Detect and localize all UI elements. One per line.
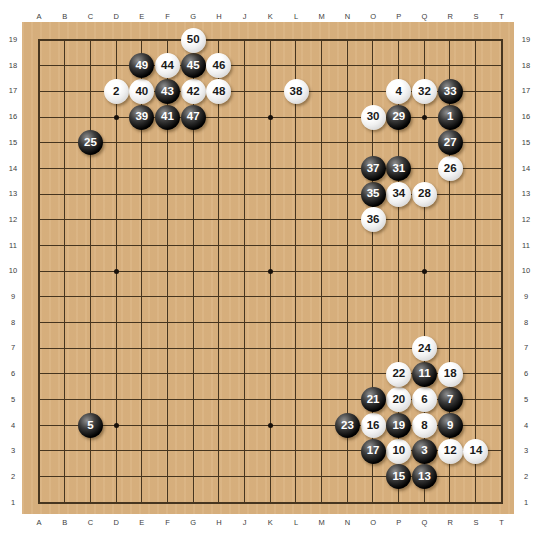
intersection-T12[interactable] [489, 207, 515, 233]
intersection-P11[interactable] [386, 233, 412, 259]
intersection-N10[interactable] [334, 258, 360, 284]
intersection-S6[interactable] [463, 361, 489, 387]
intersection-N19[interactable] [334, 27, 360, 53]
intersection-D2[interactable] [103, 464, 129, 490]
intersection-Q8[interactable] [411, 310, 437, 336]
intersection-N1[interactable] [334, 490, 360, 516]
intersection-B9[interactable] [52, 284, 78, 310]
intersection-F13[interactable] [155, 181, 181, 207]
intersection-O15[interactable] [360, 130, 386, 156]
intersection-E12[interactable] [129, 207, 155, 233]
intersection-B2[interactable] [52, 464, 78, 490]
intersection-F19[interactable] [155, 27, 181, 53]
intersection-D8[interactable] [103, 310, 129, 336]
intersection-J13[interactable] [232, 181, 258, 207]
intersection-G6[interactable] [180, 361, 206, 387]
intersection-G4[interactable] [180, 412, 206, 438]
intersection-G10[interactable] [180, 258, 206, 284]
intersection-A10[interactable] [26, 258, 52, 284]
intersection-K11[interactable] [257, 233, 283, 259]
intersection-K1[interactable] [257, 490, 283, 516]
intersection-L4[interactable] [283, 412, 309, 438]
intersection-L10[interactable] [283, 258, 309, 284]
intersection-A14[interactable] [26, 156, 52, 182]
intersection-C11[interactable] [78, 233, 104, 259]
intersection-E15[interactable] [129, 130, 155, 156]
intersection-R13[interactable] [437, 181, 463, 207]
intersection-Q12[interactable] [411, 207, 437, 233]
intersection-B4[interactable] [52, 412, 78, 438]
intersection-N14[interactable] [334, 156, 360, 182]
intersection-R7[interactable] [437, 335, 463, 361]
intersection-B6[interactable] [52, 361, 78, 387]
intersection-D19[interactable] [103, 27, 129, 53]
intersection-L3[interactable] [283, 438, 309, 464]
intersection-M12[interactable] [309, 207, 335, 233]
intersection-A3[interactable] [26, 438, 52, 464]
intersection-C12[interactable] [78, 207, 104, 233]
intersection-R2[interactable] [437, 464, 463, 490]
intersection-T4[interactable] [489, 412, 515, 438]
intersection-D7[interactable] [103, 335, 129, 361]
intersection-M16[interactable] [309, 104, 335, 130]
intersection-E2[interactable] [129, 464, 155, 490]
intersection-O10[interactable] [360, 258, 386, 284]
intersection-M2[interactable] [309, 464, 335, 490]
intersection-S1[interactable] [463, 490, 489, 516]
intersection-L5[interactable] [283, 387, 309, 413]
intersection-A17[interactable] [26, 79, 52, 105]
intersection-G8[interactable] [180, 310, 206, 336]
intersection-B16[interactable] [52, 104, 78, 130]
intersection-L1[interactable] [283, 490, 309, 516]
intersection-S4[interactable] [463, 412, 489, 438]
intersection-S12[interactable] [463, 207, 489, 233]
intersection-E5[interactable] [129, 387, 155, 413]
intersection-K14[interactable] [257, 156, 283, 182]
intersection-O8[interactable] [360, 310, 386, 336]
intersection-A5[interactable] [26, 387, 52, 413]
intersection-Q19[interactable] [411, 27, 437, 53]
intersection-B1[interactable] [52, 490, 78, 516]
intersection-O9[interactable] [360, 284, 386, 310]
intersection-D12[interactable] [103, 207, 129, 233]
intersection-F6[interactable] [155, 361, 181, 387]
intersection-J16[interactable] [232, 104, 258, 130]
intersection-P1[interactable] [386, 490, 412, 516]
intersection-M14[interactable] [309, 156, 335, 182]
intersection-N7[interactable] [334, 335, 360, 361]
intersection-Q9[interactable] [411, 284, 437, 310]
intersection-S2[interactable] [463, 464, 489, 490]
intersection-Q1[interactable] [411, 490, 437, 516]
intersection-J6[interactable] [232, 361, 258, 387]
intersection-H13[interactable] [206, 181, 232, 207]
intersection-T9[interactable] [489, 284, 515, 310]
intersection-G1[interactable] [180, 490, 206, 516]
intersection-H11[interactable] [206, 233, 232, 259]
intersection-R12[interactable] [437, 207, 463, 233]
intersection-B13[interactable] [52, 181, 78, 207]
intersection-H7[interactable] [206, 335, 232, 361]
intersection-J7[interactable] [232, 335, 258, 361]
intersection-T6[interactable] [489, 361, 515, 387]
intersection-G7[interactable] [180, 335, 206, 361]
intersection-T18[interactable] [489, 53, 515, 79]
intersection-C13[interactable] [78, 181, 104, 207]
intersection-L9[interactable] [283, 284, 309, 310]
intersection-P12[interactable] [386, 207, 412, 233]
intersection-J18[interactable] [232, 53, 258, 79]
intersection-A19[interactable] [26, 27, 52, 53]
intersection-T2[interactable] [489, 464, 515, 490]
intersection-J17[interactable] [232, 79, 258, 105]
intersection-G2[interactable] [180, 464, 206, 490]
intersection-M5[interactable] [309, 387, 335, 413]
intersection-G5[interactable] [180, 387, 206, 413]
intersection-D6[interactable] [103, 361, 129, 387]
intersection-F12[interactable] [155, 207, 181, 233]
intersection-H2[interactable] [206, 464, 232, 490]
intersection-L7[interactable] [283, 335, 309, 361]
intersection-F5[interactable] [155, 387, 181, 413]
intersection-B8[interactable] [52, 310, 78, 336]
intersection-E7[interactable] [129, 335, 155, 361]
intersection-B5[interactable] [52, 387, 78, 413]
intersection-G3[interactable] [180, 438, 206, 464]
intersection-N16[interactable] [334, 104, 360, 130]
intersection-F7[interactable] [155, 335, 181, 361]
intersection-K8[interactable] [257, 310, 283, 336]
intersection-K5[interactable] [257, 387, 283, 413]
intersection-B18[interactable] [52, 53, 78, 79]
intersection-T16[interactable] [489, 104, 515, 130]
intersection-C16[interactable] [78, 104, 104, 130]
intersection-O18[interactable] [360, 53, 386, 79]
intersection-J1[interactable] [232, 490, 258, 516]
intersection-B15[interactable] [52, 130, 78, 156]
intersection-T10[interactable] [489, 258, 515, 284]
intersection-M17[interactable] [309, 79, 335, 105]
intersection-Q14[interactable] [411, 156, 437, 182]
intersection-H5[interactable] [206, 387, 232, 413]
intersection-D13[interactable] [103, 181, 129, 207]
intersection-M4[interactable] [309, 412, 335, 438]
intersection-K15[interactable] [257, 130, 283, 156]
intersection-N3[interactable] [334, 438, 360, 464]
intersection-M13[interactable] [309, 181, 335, 207]
intersection-M7[interactable] [309, 335, 335, 361]
intersection-T3[interactable] [489, 438, 515, 464]
intersection-D5[interactable] [103, 387, 129, 413]
intersection-J10[interactable] [232, 258, 258, 284]
intersection-A6[interactable] [26, 361, 52, 387]
intersection-J15[interactable] [232, 130, 258, 156]
intersection-G11[interactable] [180, 233, 206, 259]
intersection-M6[interactable] [309, 361, 335, 387]
intersection-R18[interactable] [437, 53, 463, 79]
intersection-L11[interactable] [283, 233, 309, 259]
intersection-D18[interactable] [103, 53, 129, 79]
intersection-L8[interactable] [283, 310, 309, 336]
intersection-J5[interactable] [232, 387, 258, 413]
intersection-A8[interactable] [26, 310, 52, 336]
intersection-M19[interactable] [309, 27, 335, 53]
intersection-J14[interactable] [232, 156, 258, 182]
intersection-H6[interactable] [206, 361, 232, 387]
intersection-A12[interactable] [26, 207, 52, 233]
intersection-S7[interactable] [463, 335, 489, 361]
intersection-M1[interactable] [309, 490, 335, 516]
intersection-E1[interactable] [129, 490, 155, 516]
intersection-O17[interactable] [360, 79, 386, 105]
intersection-F15[interactable] [155, 130, 181, 156]
intersection-G9[interactable] [180, 284, 206, 310]
intersection-A16[interactable] [26, 104, 52, 130]
intersection-A9[interactable] [26, 284, 52, 310]
intersection-T15[interactable] [489, 130, 515, 156]
intersection-D1[interactable] [103, 490, 129, 516]
intersection-S18[interactable] [463, 53, 489, 79]
intersection-T14[interactable] [489, 156, 515, 182]
intersection-H9[interactable] [206, 284, 232, 310]
intersection-D15[interactable] [103, 130, 129, 156]
intersection-E6[interactable] [129, 361, 155, 387]
intersection-C10[interactable] [78, 258, 104, 284]
intersection-B3[interactable] [52, 438, 78, 464]
intersection-A15[interactable] [26, 130, 52, 156]
intersection-R1[interactable] [437, 490, 463, 516]
intersection-E4[interactable] [129, 412, 155, 438]
intersection-H19[interactable] [206, 27, 232, 53]
intersection-P18[interactable] [386, 53, 412, 79]
intersection-H16[interactable] [206, 104, 232, 130]
intersection-L14[interactable] [283, 156, 309, 182]
intersection-B10[interactable] [52, 258, 78, 284]
intersection-F9[interactable] [155, 284, 181, 310]
intersection-K3[interactable] [257, 438, 283, 464]
intersection-A13[interactable] [26, 181, 52, 207]
intersection-S15[interactable] [463, 130, 489, 156]
intersection-L2[interactable] [283, 464, 309, 490]
intersection-L19[interactable] [283, 27, 309, 53]
intersection-M8[interactable] [309, 310, 335, 336]
intersection-C2[interactable] [78, 464, 104, 490]
intersection-O7[interactable] [360, 335, 386, 361]
intersection-P10[interactable] [386, 258, 412, 284]
intersection-T13[interactable] [489, 181, 515, 207]
intersection-D14[interactable] [103, 156, 129, 182]
intersection-E3[interactable] [129, 438, 155, 464]
intersection-L15[interactable] [283, 130, 309, 156]
intersection-E11[interactable] [129, 233, 155, 259]
intersection-L12[interactable] [283, 207, 309, 233]
intersection-O1[interactable] [360, 490, 386, 516]
intersection-Q18[interactable] [411, 53, 437, 79]
intersection-B19[interactable] [52, 27, 78, 53]
intersection-B17[interactable] [52, 79, 78, 105]
intersection-T17[interactable] [489, 79, 515, 105]
intersection-C8[interactable] [78, 310, 104, 336]
intersection-D3[interactable] [103, 438, 129, 464]
intersection-C1[interactable] [78, 490, 104, 516]
intersection-S5[interactable] [463, 387, 489, 413]
intersection-P9[interactable] [386, 284, 412, 310]
intersection-H14[interactable] [206, 156, 232, 182]
intersection-J9[interactable] [232, 284, 258, 310]
intersection-J4[interactable] [232, 412, 258, 438]
intersection-O6[interactable] [360, 361, 386, 387]
intersection-P8[interactable] [386, 310, 412, 336]
intersection-S19[interactable] [463, 27, 489, 53]
intersection-H15[interactable] [206, 130, 232, 156]
intersection-R10[interactable] [437, 258, 463, 284]
intersection-G13[interactable] [180, 181, 206, 207]
intersection-M15[interactable] [309, 130, 335, 156]
intersection-C7[interactable] [78, 335, 104, 361]
intersection-T19[interactable] [489, 27, 515, 53]
intersection-H12[interactable] [206, 207, 232, 233]
intersection-E10[interactable] [129, 258, 155, 284]
intersection-G12[interactable] [180, 207, 206, 233]
intersection-N12[interactable] [334, 207, 360, 233]
intersection-E8[interactable] [129, 310, 155, 336]
intersection-A4[interactable] [26, 412, 52, 438]
intersection-N2[interactable] [334, 464, 360, 490]
intersection-J11[interactable] [232, 233, 258, 259]
intersection-A7[interactable] [26, 335, 52, 361]
intersection-K13[interactable] [257, 181, 283, 207]
intersection-K18[interactable] [257, 53, 283, 79]
intersection-K2[interactable] [257, 464, 283, 490]
intersection-B11[interactable] [52, 233, 78, 259]
intersection-J8[interactable] [232, 310, 258, 336]
intersection-G14[interactable] [180, 156, 206, 182]
intersection-C9[interactable] [78, 284, 104, 310]
intersection-E9[interactable] [129, 284, 155, 310]
intersection-F10[interactable] [155, 258, 181, 284]
intersection-M18[interactable] [309, 53, 335, 79]
intersection-J2[interactable] [232, 464, 258, 490]
intersection-R11[interactable] [437, 233, 463, 259]
intersection-C5[interactable] [78, 387, 104, 413]
intersection-E13[interactable] [129, 181, 155, 207]
intersection-A2[interactable] [26, 464, 52, 490]
intersection-E19[interactable] [129, 27, 155, 53]
intersection-M11[interactable] [309, 233, 335, 259]
intersection-O2[interactable] [360, 464, 386, 490]
intersection-H4[interactable] [206, 412, 232, 438]
intersection-C14[interactable] [78, 156, 104, 182]
intersection-F2[interactable] [155, 464, 181, 490]
intersection-F14[interactable] [155, 156, 181, 182]
intersection-M9[interactable] [309, 284, 335, 310]
intersection-S11[interactable] [463, 233, 489, 259]
intersection-R8[interactable] [437, 310, 463, 336]
intersection-F3[interactable] [155, 438, 181, 464]
intersection-R19[interactable] [437, 27, 463, 53]
intersection-N13[interactable] [334, 181, 360, 207]
intersection-C6[interactable] [78, 361, 104, 387]
intersection-S13[interactable] [463, 181, 489, 207]
intersection-N6[interactable] [334, 361, 360, 387]
intersection-P19[interactable] [386, 27, 412, 53]
intersection-F8[interactable] [155, 310, 181, 336]
intersection-H10[interactable] [206, 258, 232, 284]
intersection-R9[interactable] [437, 284, 463, 310]
intersection-O11[interactable] [360, 233, 386, 259]
intersection-E14[interactable] [129, 156, 155, 182]
intersection-G15[interactable] [180, 130, 206, 156]
intersection-H8[interactable] [206, 310, 232, 336]
intersection-J12[interactable] [232, 207, 258, 233]
intersection-P7[interactable] [386, 335, 412, 361]
intersection-A18[interactable] [26, 53, 52, 79]
intersection-C3[interactable] [78, 438, 104, 464]
intersection-K17[interactable] [257, 79, 283, 105]
intersection-N11[interactable] [334, 233, 360, 259]
intersection-F1[interactable] [155, 490, 181, 516]
intersection-S16[interactable] [463, 104, 489, 130]
intersection-L18[interactable] [283, 53, 309, 79]
intersection-D11[interactable] [103, 233, 129, 259]
intersection-C19[interactable] [78, 27, 104, 53]
intersection-C18[interactable] [78, 53, 104, 79]
intersection-H3[interactable] [206, 438, 232, 464]
intersection-K9[interactable] [257, 284, 283, 310]
intersection-S17[interactable] [463, 79, 489, 105]
intersection-D9[interactable] [103, 284, 129, 310]
intersection-T8[interactable] [489, 310, 515, 336]
intersection-M10[interactable] [309, 258, 335, 284]
intersection-B14[interactable] [52, 156, 78, 182]
intersection-N9[interactable] [334, 284, 360, 310]
intersection-B7[interactable] [52, 335, 78, 361]
intersection-K19[interactable] [257, 27, 283, 53]
intersection-T7[interactable] [489, 335, 515, 361]
intersection-K6[interactable] [257, 361, 283, 387]
intersection-Q11[interactable] [411, 233, 437, 259]
intersection-J3[interactable] [232, 438, 258, 464]
intersection-H1[interactable] [206, 490, 232, 516]
intersection-N17[interactable] [334, 79, 360, 105]
intersection-O19[interactable] [360, 27, 386, 53]
intersection-T1[interactable] [489, 490, 515, 516]
intersection-C17[interactable] [78, 79, 104, 105]
intersection-M3[interactable] [309, 438, 335, 464]
intersection-B12[interactable] [52, 207, 78, 233]
intersection-Q15[interactable] [411, 130, 437, 156]
intersection-P15[interactable] [386, 130, 412, 156]
intersection-N18[interactable] [334, 53, 360, 79]
intersection-K7[interactable] [257, 335, 283, 361]
intersection-L6[interactable] [283, 361, 309, 387]
intersection-L16[interactable] [283, 104, 309, 130]
intersection-T5[interactable] [489, 387, 515, 413]
intersection-F4[interactable] [155, 412, 181, 438]
intersection-S8[interactable] [463, 310, 489, 336]
intersection-T11[interactable] [489, 233, 515, 259]
intersection-S9[interactable] [463, 284, 489, 310]
intersection-J19[interactable] [232, 27, 258, 53]
intersection-S10[interactable] [463, 258, 489, 284]
intersection-A11[interactable] [26, 233, 52, 259]
intersection-N8[interactable] [334, 310, 360, 336]
intersection-N5[interactable] [334, 387, 360, 413]
intersection-F11[interactable] [155, 233, 181, 259]
intersection-A1[interactable] [26, 490, 52, 516]
intersection-L13[interactable] [283, 181, 309, 207]
